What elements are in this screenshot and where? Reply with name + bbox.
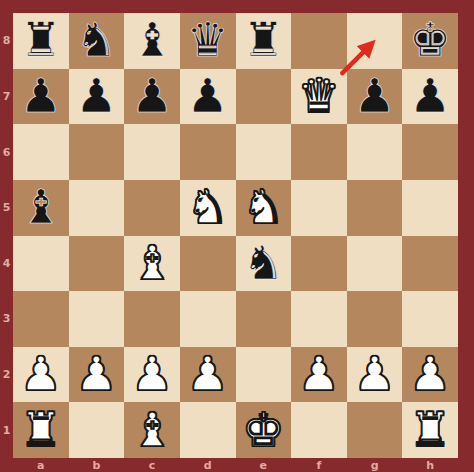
square-b1[interactable] [69, 402, 125, 458]
square-a5[interactable]: ♝ [13, 180, 69, 236]
rank-label-1: 1 [0, 402, 13, 458]
square-c5[interactable] [124, 180, 180, 236]
rank-label-4: 4 [0, 236, 13, 292]
square-a4[interactable] [13, 236, 69, 292]
square-e1[interactable]: ♚ [236, 402, 292, 458]
square-a3[interactable] [13, 291, 69, 347]
black-bishop: ♝ [131, 16, 173, 63]
black-knight: ♞ [242, 239, 284, 286]
square-e7[interactable] [236, 69, 292, 125]
square-b4[interactable] [69, 236, 125, 292]
square-a8[interactable]: ♜ [13, 13, 69, 69]
white-bishop: ♝ [131, 406, 173, 453]
square-h2[interactable]: ♟ [402, 347, 458, 403]
square-e8[interactable]: ♜ [236, 13, 292, 69]
square-d8[interactable]: ♛ [180, 13, 236, 69]
rank-label-7: 7 [0, 69, 13, 125]
square-d2[interactable]: ♟ [180, 347, 236, 403]
black-pawn: ♟ [187, 72, 229, 119]
square-h6[interactable] [402, 124, 458, 180]
file-labels: abcdefgh [13, 458, 458, 472]
square-h5[interactable] [402, 180, 458, 236]
square-e2[interactable] [236, 347, 292, 403]
square-f6[interactable] [291, 124, 347, 180]
black-pawn: ♟ [353, 72, 395, 119]
square-e5[interactable]: ♞ [236, 180, 292, 236]
file-label-c: c [124, 458, 180, 472]
file-label-h: h [402, 458, 458, 472]
square-c6[interactable] [124, 124, 180, 180]
square-f7[interactable]: ♛ [291, 69, 347, 125]
square-b6[interactable] [69, 124, 125, 180]
black-pawn: ♟ [75, 72, 117, 119]
white-bishop: ♝ [131, 239, 173, 286]
rank-label-8: 8 [0, 13, 13, 69]
square-c2[interactable]: ♟ [124, 347, 180, 403]
white-pawn: ♟ [409, 350, 451, 397]
white-knight: ♞ [187, 183, 229, 230]
black-pawn: ♟ [131, 72, 173, 119]
square-a7[interactable]: ♟ [13, 69, 69, 125]
square-d5[interactable]: ♞ [180, 180, 236, 236]
square-f5[interactable] [291, 180, 347, 236]
file-label-f: f [291, 458, 347, 472]
square-b8[interactable]: ♞ [69, 13, 125, 69]
square-c3[interactable] [124, 291, 180, 347]
black-king: ♚ [409, 16, 451, 63]
square-b2[interactable]: ♟ [69, 347, 125, 403]
square-b5[interactable] [69, 180, 125, 236]
square-g7[interactable]: ♟ [347, 69, 403, 125]
square-g8[interactable] [347, 13, 403, 69]
square-e6[interactable] [236, 124, 292, 180]
square-d4[interactable] [180, 236, 236, 292]
square-a1[interactable]: ♜ [13, 402, 69, 458]
rank-label-3: 3 [0, 291, 13, 347]
file-label-d: d [180, 458, 236, 472]
rank-label-6: 6 [0, 124, 13, 180]
square-d3[interactable] [180, 291, 236, 347]
square-f4[interactable] [291, 236, 347, 292]
rank-label-5: 5 [0, 180, 13, 236]
square-c8[interactable]: ♝ [124, 13, 180, 69]
black-rook: ♜ [242, 16, 284, 63]
black-pawn: ♟ [409, 72, 451, 119]
square-b3[interactable] [69, 291, 125, 347]
white-knight: ♞ [242, 183, 284, 230]
square-d6[interactable] [180, 124, 236, 180]
white-king: ♚ [242, 406, 284, 453]
square-e4[interactable]: ♞ [236, 236, 292, 292]
square-b7[interactable]: ♟ [69, 69, 125, 125]
square-g2[interactable]: ♟ [347, 347, 403, 403]
rank-labels: 87654321 [0, 13, 13, 458]
square-f8[interactable] [291, 13, 347, 69]
rank-label-2: 2 [0, 347, 13, 403]
square-c4[interactable]: ♝ [124, 236, 180, 292]
black-rook: ♜ [20, 16, 62, 63]
square-d7[interactable]: ♟ [180, 69, 236, 125]
square-h3[interactable] [402, 291, 458, 347]
square-e3[interactable] [236, 291, 292, 347]
square-c7[interactable]: ♟ [124, 69, 180, 125]
black-queen: ♛ [187, 16, 229, 63]
white-pawn: ♟ [353, 350, 395, 397]
square-g3[interactable] [347, 291, 403, 347]
white-pawn: ♟ [75, 350, 117, 397]
file-label-a: a [13, 458, 69, 472]
square-f2[interactable]: ♟ [291, 347, 347, 403]
white-queen: ♛ [298, 72, 340, 119]
white-pawn: ♟ [131, 350, 173, 397]
square-g6[interactable] [347, 124, 403, 180]
black-knight: ♞ [75, 16, 117, 63]
square-h8[interactable]: ♚ [402, 13, 458, 69]
white-pawn: ♟ [20, 350, 62, 397]
black-bishop: ♝ [20, 183, 62, 230]
white-pawn: ♟ [187, 350, 229, 397]
black-pawn: ♟ [20, 72, 62, 119]
square-h7[interactable]: ♟ [402, 69, 458, 125]
square-g5[interactable] [347, 180, 403, 236]
square-a6[interactable] [13, 124, 69, 180]
square-h4[interactable] [402, 236, 458, 292]
square-c1[interactable]: ♝ [124, 402, 180, 458]
white-pawn: ♟ [298, 350, 340, 397]
file-label-b: b [69, 458, 125, 472]
file-label-g: g [347, 458, 403, 472]
square-f3[interactable] [291, 291, 347, 347]
white-rook: ♜ [20, 406, 62, 453]
square-d1[interactable] [180, 402, 236, 458]
square-g1[interactable] [347, 402, 403, 458]
square-g4[interactable] [347, 236, 403, 292]
square-f1[interactable] [291, 402, 347, 458]
square-a2[interactable]: ♟ [13, 347, 69, 403]
board: ♜♞♝♛♜♚♟♟♟♟♛♟♟♝♞♞♝♞♟♟♟♟♟♟♟♜♝♚♜ [13, 13, 458, 458]
square-h1[interactable]: ♜ [402, 402, 458, 458]
file-label-e: e [236, 458, 292, 472]
board-frame: 87654321 abcdefgh ♜♞♝♛♜♚♟♟♟♟♛♟♟♝♞♞♝♞♟♟♟♟… [0, 0, 474, 472]
white-rook: ♜ [409, 406, 451, 453]
